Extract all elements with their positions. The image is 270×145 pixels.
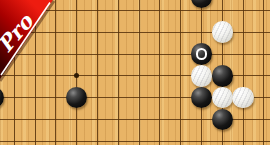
grid-line-vertical [263,0,264,145]
grid-line-vertical [14,0,15,145]
black-stone[interactable] [212,109,234,131]
hoshi-point [74,73,79,78]
white-stone[interactable] [232,87,254,109]
grid-line-horizontal [0,54,270,55]
shell-texture [212,21,234,43]
grid-line-horizontal [0,10,270,11]
grid-line-horizontal [0,141,270,142]
grid-line-vertical [159,0,160,145]
grid-line-vertical [139,0,140,145]
grid-line-vertical [180,0,181,145]
black-stone[interactable] [212,65,234,87]
grid-line-vertical [35,0,36,145]
white-stone[interactable] [212,21,234,43]
black-stone[interactable] [191,87,213,109]
black-stone[interactable] [66,87,88,109]
black-stone[interactable] [0,87,4,109]
last-move-marker [196,48,208,60]
white-stone[interactable] [212,87,234,109]
white-stone[interactable] [191,65,213,87]
black-stone[interactable] [191,43,213,65]
grid-line-vertical [118,0,119,145]
go-board[interactable] [0,0,270,145]
grid-line-vertical [55,0,56,145]
black-stone[interactable] [191,0,213,8]
screen: Pro [0,0,270,145]
shell-texture [212,87,234,109]
grid-line-vertical [243,0,244,145]
shell-texture [191,65,213,87]
shell-texture [232,87,254,109]
grid-line-vertical [97,0,98,145]
